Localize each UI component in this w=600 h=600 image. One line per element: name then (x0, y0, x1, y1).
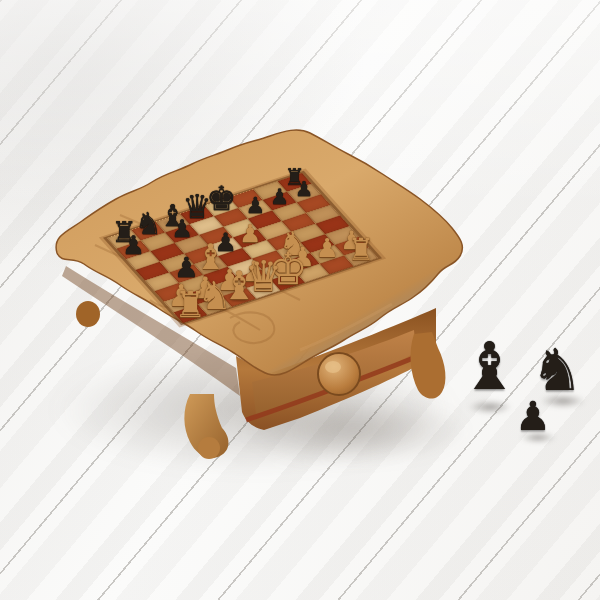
front-leg-hoof (198, 437, 220, 459)
black-pawn-c7[interactable]: ♟ (171, 217, 193, 240)
photo-stage: ♜♟♟♚♟♛♝♞♟♟♜♟♟♟♞♟♜♟♝♟♟♚♟♛♟♝♟♞♜ ♝ ♞ ♟ (0, 0, 600, 600)
drawer-knob (318, 353, 360, 395)
chess-table (0, 0, 600, 600)
white-rook-h1[interactable]: ♜ (347, 235, 374, 264)
black-pawn-g7[interactable]: ♟ (270, 187, 289, 207)
black-pawn-a7[interactable]: ♟ (122, 232, 145, 256)
white-rook-a1[interactable]: ♜ (174, 288, 206, 322)
white-pawn-g2[interactable]: ♟ (316, 237, 339, 262)
left-leg (76, 301, 100, 327)
white-pawn-e5[interactable]: ♟ (239, 222, 261, 245)
drawer-knob-highlight (325, 361, 341, 373)
right-leg (411, 332, 446, 399)
black-pawn-f7[interactable]: ♟ (245, 195, 265, 216)
black-pawn-h7[interactable]: ♟ (295, 180, 314, 200)
